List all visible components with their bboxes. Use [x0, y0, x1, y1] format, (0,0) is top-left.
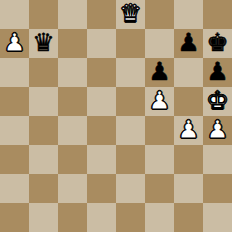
- black-pawn[interactable]: ♟: [148, 58, 170, 86]
- square-d6[interactable]: [87, 58, 116, 87]
- square-f3[interactable]: [145, 145, 174, 174]
- square-b6[interactable]: [29, 58, 58, 87]
- square-c6[interactable]: [58, 58, 87, 87]
- square-h1[interactable]: [203, 203, 232, 232]
- square-a7[interactable]: ♟: [0, 29, 29, 58]
- square-f8[interactable]: [145, 0, 174, 29]
- square-c8[interactable]: [58, 0, 87, 29]
- square-e4[interactable]: [116, 116, 145, 145]
- square-g6[interactable]: [174, 58, 203, 87]
- square-g7[interactable]: ♟: [174, 29, 203, 58]
- square-e7[interactable]: [116, 29, 145, 58]
- white-pawn[interactable]: ♟: [3, 29, 25, 57]
- square-f2[interactable]: [145, 174, 174, 203]
- square-d7[interactable]: [87, 29, 116, 58]
- square-h4[interactable]: ♟: [203, 116, 232, 145]
- white-king[interactable]: ♚: [206, 87, 228, 115]
- white-pawn[interactable]: ♟: [177, 116, 199, 144]
- square-a2[interactable]: [0, 174, 29, 203]
- chess-board: ♛♟♛♟♚♟♟♟♚♟♟: [0, 0, 232, 232]
- square-b3[interactable]: [29, 145, 58, 174]
- square-b4[interactable]: [29, 116, 58, 145]
- square-b7[interactable]: ♛: [29, 29, 58, 58]
- square-a8[interactable]: [0, 0, 29, 29]
- square-d4[interactable]: [87, 116, 116, 145]
- square-c7[interactable]: [58, 29, 87, 58]
- square-e8[interactable]: ♛: [116, 0, 145, 29]
- square-a3[interactable]: [0, 145, 29, 174]
- white-pawn[interactable]: ♟: [148, 87, 170, 115]
- square-f5[interactable]: ♟: [145, 87, 174, 116]
- square-b1[interactable]: [29, 203, 58, 232]
- white-queen[interactable]: ♛: [119, 0, 141, 28]
- square-h7[interactable]: ♚: [203, 29, 232, 58]
- square-e6[interactable]: [116, 58, 145, 87]
- square-a5[interactable]: [0, 87, 29, 116]
- square-e2[interactable]: [116, 174, 145, 203]
- square-c1[interactable]: [58, 203, 87, 232]
- square-f7[interactable]: [145, 29, 174, 58]
- square-d3[interactable]: [87, 145, 116, 174]
- square-c5[interactable]: [58, 87, 87, 116]
- square-a6[interactable]: [0, 58, 29, 87]
- square-b5[interactable]: [29, 87, 58, 116]
- square-b2[interactable]: [29, 174, 58, 203]
- white-pawn[interactable]: ♟: [206, 116, 228, 144]
- black-queen[interactable]: ♛: [32, 29, 54, 57]
- square-f4[interactable]: [145, 116, 174, 145]
- square-d5[interactable]: [87, 87, 116, 116]
- square-h6[interactable]: ♟: [203, 58, 232, 87]
- square-d1[interactable]: [87, 203, 116, 232]
- square-g8[interactable]: [174, 0, 203, 29]
- square-e1[interactable]: [116, 203, 145, 232]
- black-pawn[interactable]: ♟: [177, 29, 199, 57]
- square-f6[interactable]: ♟: [145, 58, 174, 87]
- square-d2[interactable]: [87, 174, 116, 203]
- square-c4[interactable]: [58, 116, 87, 145]
- square-e3[interactable]: [116, 145, 145, 174]
- square-b8[interactable]: [29, 0, 58, 29]
- square-h8[interactable]: [203, 0, 232, 29]
- square-a1[interactable]: [0, 203, 29, 232]
- square-h2[interactable]: [203, 174, 232, 203]
- square-g2[interactable]: [174, 174, 203, 203]
- black-pawn[interactable]: ♟: [206, 58, 228, 86]
- square-c2[interactable]: [58, 174, 87, 203]
- black-king[interactable]: ♚: [206, 29, 228, 57]
- square-c3[interactable]: [58, 145, 87, 174]
- square-g4[interactable]: ♟: [174, 116, 203, 145]
- square-a4[interactable]: [0, 116, 29, 145]
- square-d8[interactable]: [87, 0, 116, 29]
- square-g1[interactable]: [174, 203, 203, 232]
- square-f1[interactable]: [145, 203, 174, 232]
- square-e5[interactable]: [116, 87, 145, 116]
- square-h5[interactable]: ♚: [203, 87, 232, 116]
- square-h3[interactable]: [203, 145, 232, 174]
- square-g3[interactable]: [174, 145, 203, 174]
- square-g5[interactable]: [174, 87, 203, 116]
